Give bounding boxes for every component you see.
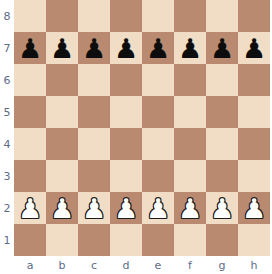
square-a4[interactable] <box>14 128 46 160</box>
square-a2[interactable]: ♟ <box>14 192 46 224</box>
square-d2[interactable]: ♟ <box>110 192 142 224</box>
square-c3[interactable] <box>78 160 110 192</box>
white-pawn[interactable]: ♟ <box>50 193 74 225</box>
board: ♟♟♟♟♟♟♟♟♟♟♟♟♟♟♟♟ <box>14 0 270 256</box>
square-g3[interactable] <box>206 160 238 192</box>
square-b6[interactable] <box>46 64 78 96</box>
file-label-h: h <box>238 256 270 274</box>
square-a7[interactable]: ♟ <box>14 32 46 64</box>
white-pawn[interactable]: ♟ <box>82 193 106 225</box>
file-label-d: d <box>110 256 142 274</box>
square-d7[interactable]: ♟ <box>110 32 142 64</box>
file-label-f: f <box>174 256 206 274</box>
square-h4[interactable] <box>238 128 270 160</box>
file-label-e: e <box>142 256 174 274</box>
black-pawn[interactable]: ♟ <box>210 33 234 65</box>
square-b1[interactable] <box>46 224 78 256</box>
square-g4[interactable] <box>206 128 238 160</box>
square-c2[interactable]: ♟ <box>78 192 110 224</box>
black-pawn[interactable]: ♟ <box>114 33 138 65</box>
square-c5[interactable] <box>78 96 110 128</box>
square-d8[interactable] <box>110 0 142 32</box>
file-label-c: c <box>78 256 110 274</box>
square-d1[interactable] <box>110 224 142 256</box>
square-c6[interactable] <box>78 64 110 96</box>
square-f4[interactable] <box>174 128 206 160</box>
square-h5[interactable] <box>238 96 270 128</box>
white-pawn[interactable]: ♟ <box>210 193 234 225</box>
square-e6[interactable] <box>142 64 174 96</box>
white-pawn[interactable]: ♟ <box>114 193 138 225</box>
square-d4[interactable] <box>110 128 142 160</box>
black-pawn[interactable]: ♟ <box>82 33 106 65</box>
square-b3[interactable] <box>46 160 78 192</box>
square-b5[interactable] <box>46 96 78 128</box>
square-b8[interactable] <box>46 0 78 32</box>
square-e8[interactable] <box>142 0 174 32</box>
white-pawn[interactable]: ♟ <box>178 193 202 225</box>
square-d3[interactable] <box>110 160 142 192</box>
black-pawn[interactable]: ♟ <box>18 33 42 65</box>
square-f5[interactable] <box>174 96 206 128</box>
rank-label-7: 7 <box>0 32 14 64</box>
square-e4[interactable] <box>142 128 174 160</box>
square-h2[interactable]: ♟ <box>238 192 270 224</box>
square-f6[interactable] <box>174 64 206 96</box>
rank-label-6: 6 <box>0 64 14 96</box>
rank-labels: 87654321 <box>0 0 14 256</box>
file-label-g: g <box>206 256 238 274</box>
square-h1[interactable] <box>238 224 270 256</box>
black-pawn[interactable]: ♟ <box>178 33 202 65</box>
square-e2[interactable]: ♟ <box>142 192 174 224</box>
square-g7[interactable]: ♟ <box>206 32 238 64</box>
black-pawn[interactable]: ♟ <box>146 33 170 65</box>
square-d5[interactable] <box>110 96 142 128</box>
square-c1[interactable] <box>78 224 110 256</box>
square-e7[interactable]: ♟ <box>142 32 174 64</box>
square-h3[interactable] <box>238 160 270 192</box>
square-f2[interactable]: ♟ <box>174 192 206 224</box>
square-e5[interactable] <box>142 96 174 128</box>
square-b2[interactable]: ♟ <box>46 192 78 224</box>
square-e3[interactable] <box>142 160 174 192</box>
square-f1[interactable] <box>174 224 206 256</box>
square-d6[interactable] <box>110 64 142 96</box>
rank-label-2: 2 <box>0 192 14 224</box>
square-f3[interactable] <box>174 160 206 192</box>
square-f8[interactable] <box>174 0 206 32</box>
square-a1[interactable] <box>14 224 46 256</box>
square-g8[interactable] <box>206 0 238 32</box>
square-h6[interactable] <box>238 64 270 96</box>
chess-diagram: 87654321 ♟♟♟♟♟♟♟♟♟♟♟♟♟♟♟♟ abcdefgh <box>0 0 272 274</box>
square-h8[interactable] <box>238 0 270 32</box>
square-c8[interactable] <box>78 0 110 32</box>
square-g6[interactable] <box>206 64 238 96</box>
square-b4[interactable] <box>46 128 78 160</box>
rank-label-3: 3 <box>0 160 14 192</box>
square-c7[interactable]: ♟ <box>78 32 110 64</box>
black-pawn[interactable]: ♟ <box>242 33 266 65</box>
rank-label-4: 4 <box>0 128 14 160</box>
square-c4[interactable] <box>78 128 110 160</box>
square-h7[interactable]: ♟ <box>238 32 270 64</box>
square-b7[interactable]: ♟ <box>46 32 78 64</box>
rank-label-1: 1 <box>0 224 14 256</box>
white-pawn[interactable]: ♟ <box>146 193 170 225</box>
file-label-b: b <box>46 256 78 274</box>
white-pawn[interactable]: ♟ <box>242 193 266 225</box>
rank-label-8: 8 <box>0 0 14 32</box>
square-a8[interactable] <box>14 0 46 32</box>
square-f7[interactable]: ♟ <box>174 32 206 64</box>
square-g1[interactable] <box>206 224 238 256</box>
square-a6[interactable] <box>14 64 46 96</box>
file-labels: abcdefgh <box>14 256 270 274</box>
square-a5[interactable] <box>14 96 46 128</box>
white-pawn[interactable]: ♟ <box>18 193 42 225</box>
square-g5[interactable] <box>206 96 238 128</box>
file-label-a: a <box>14 256 46 274</box>
square-a3[interactable] <box>14 160 46 192</box>
rank-label-5: 5 <box>0 96 14 128</box>
square-g2[interactable]: ♟ <box>206 192 238 224</box>
square-e1[interactable] <box>142 224 174 256</box>
black-pawn[interactable]: ♟ <box>50 33 74 65</box>
